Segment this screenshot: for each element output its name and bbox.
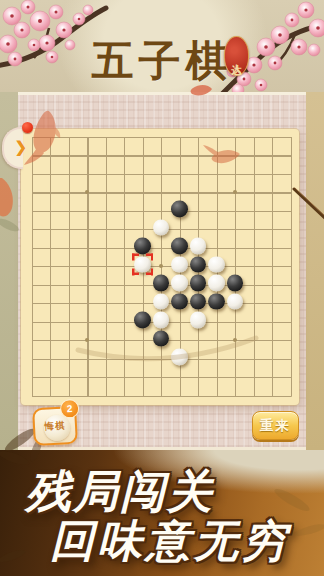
board-cell[interactable] (59, 294, 78, 313)
board-cell[interactable] (170, 220, 189, 239)
black-stone (171, 201, 188, 218)
board-cell[interactable] (115, 331, 134, 350)
board-cell[interactable] (170, 127, 189, 146)
board-cell[interactable] (263, 349, 282, 368)
board-cell[interactable] (189, 201, 208, 220)
board-cell[interactable] (133, 275, 152, 294)
board-cell[interactable] (189, 312, 208, 331)
board-cell[interactable] (170, 183, 189, 202)
board-cell[interactable] (207, 201, 226, 220)
board-cell[interactable] (263, 257, 282, 276)
board-cell[interactable] (207, 238, 226, 257)
board-cell[interactable] (226, 368, 245, 387)
board-cell[interactable] (115, 183, 134, 202)
board-cell[interactable] (133, 294, 152, 313)
board-cell[interactable] (115, 349, 134, 368)
gomoku-board (21, 129, 299, 405)
board-cell[interactable] (244, 349, 263, 368)
board-cell[interactable] (41, 238, 60, 257)
board-cell[interactable] (244, 201, 263, 220)
board-cell[interactable] (78, 368, 97, 387)
board-cell[interactable] (207, 146, 226, 165)
chevron-right-icon: ❯ (14, 138, 27, 156)
board-cell[interactable] (59, 183, 78, 202)
white-stone (190, 312, 207, 329)
board-cell[interactable] (207, 275, 226, 294)
board-cell[interactable] (59, 127, 78, 146)
star-point (233, 338, 237, 342)
board-cell[interactable] (281, 201, 300, 220)
board-cell[interactable] (22, 331, 41, 350)
board-cell[interactable] (152, 368, 171, 387)
board-cell[interactable] (96, 331, 115, 350)
board-cell[interactable] (96, 312, 115, 331)
board-cell[interactable] (115, 164, 134, 183)
board-cell[interactable] (115, 201, 134, 220)
board-cell[interactable] (78, 257, 97, 276)
board-cell[interactable] (281, 294, 300, 313)
board-cell[interactable] (263, 386, 282, 405)
board-cell[interactable] (96, 238, 115, 257)
side-strip-right (306, 92, 324, 450)
white-stone (134, 256, 151, 273)
board-cell[interactable] (170, 386, 189, 405)
board-cell[interactable] (170, 164, 189, 183)
board-cell[interactable] (226, 127, 245, 146)
board-cell[interactable] (59, 349, 78, 368)
white-stone (190, 238, 207, 255)
board-cell[interactable] (152, 238, 171, 257)
board-cell[interactable] (226, 201, 245, 220)
board-cell[interactable] (226, 220, 245, 239)
board-cell[interactable] (133, 386, 152, 405)
master-seal-badge: 达人 (224, 36, 249, 76)
board-cell[interactable] (207, 127, 226, 146)
board-cell[interactable] (281, 275, 300, 294)
board-cell[interactable] (41, 331, 60, 350)
board-cell[interactable] (281, 312, 300, 331)
board-cell[interactable] (115, 294, 134, 313)
board-cell[interactable] (96, 275, 115, 294)
board-cell[interactable] (244, 368, 263, 387)
board-cell[interactable] (41, 220, 60, 239)
board-cell[interactable] (22, 349, 41, 368)
board-cell[interactable] (189, 275, 208, 294)
board-cell[interactable] (96, 257, 115, 276)
board-cell[interactable] (207, 257, 226, 276)
board-cell[interactable] (207, 220, 226, 239)
board-cell[interactable] (281, 127, 300, 146)
restart-button-label: 重来 (260, 417, 291, 435)
board-cell[interactable] (207, 164, 226, 183)
board-cell[interactable] (133, 183, 152, 202)
board-cell[interactable] (133, 257, 152, 276)
black-stone (134, 312, 151, 329)
board-cell[interactable] (244, 294, 263, 313)
board-cell[interactable] (133, 201, 152, 220)
star-point (85, 338, 89, 342)
board-cell[interactable] (133, 220, 152, 239)
board-cell[interactable] (189, 331, 208, 350)
board-cell[interactable] (96, 294, 115, 313)
board-cell[interactable] (78, 201, 97, 220)
board-cell[interactable] (263, 164, 282, 183)
board-cell[interactable] (263, 294, 282, 313)
star-point (233, 190, 237, 194)
board-cell[interactable] (133, 164, 152, 183)
board-cell[interactable] (170, 201, 189, 220)
board-cell[interactable] (133, 146, 152, 165)
board-cell[interactable] (59, 257, 78, 276)
board-cell[interactable] (133, 331, 152, 350)
board-cell[interactable] (41, 294, 60, 313)
board-cell[interactable] (207, 386, 226, 405)
star-point (85, 190, 89, 194)
board-cell[interactable] (41, 201, 60, 220)
board-cell[interactable] (133, 368, 152, 387)
board-cell[interactable] (96, 386, 115, 405)
white-stone (153, 219, 170, 236)
board-cell[interactable] (189, 368, 208, 387)
board-cell[interactable] (115, 257, 134, 276)
board-cell[interactable] (22, 220, 41, 239)
board-cell[interactable] (41, 164, 60, 183)
board-cell[interactable] (263, 331, 282, 350)
board-cell[interactable] (59, 275, 78, 294)
board-cell[interactable] (263, 127, 282, 146)
black-stone (190, 256, 207, 273)
board-cell[interactable] (152, 183, 171, 202)
board-cell[interactable] (59, 238, 78, 257)
board-cell[interactable] (96, 183, 115, 202)
white-stone (208, 256, 225, 273)
board-cell[interactable] (281, 349, 300, 368)
board-cell[interactable] (152, 331, 171, 350)
board-cell[interactable] (152, 312, 171, 331)
board-cell[interactable] (22, 183, 41, 202)
board-cell[interactable] (78, 127, 97, 146)
board-cell[interactable] (22, 164, 41, 183)
board-cell[interactable] (189, 386, 208, 405)
gomoku-app: 五子棋 达人 ❯ (0, 0, 324, 576)
white-stone (153, 293, 170, 310)
board-cell[interactable] (96, 220, 115, 239)
board-cell[interactable] (244, 146, 263, 165)
white-stone (171, 256, 188, 273)
board-cell[interactable] (115, 220, 134, 239)
black-stone (134, 238, 151, 255)
board-cell[interactable] (281, 386, 300, 405)
board-cell[interactable] (22, 257, 41, 276)
board-cell[interactable] (281, 368, 300, 387)
game-title: 五子棋 (0, 38, 324, 84)
board-cell[interactable] (41, 127, 60, 146)
board-cell[interactable] (59, 312, 78, 331)
board-cell[interactable] (189, 220, 208, 239)
board-cell[interactable] (22, 312, 41, 331)
board-cell[interactable] (263, 238, 282, 257)
board-cell[interactable] (22, 368, 41, 387)
board-cell[interactable] (115, 146, 134, 165)
undo-button-label: 悔棋 (44, 419, 66, 433)
board-cell[interactable] (59, 368, 78, 387)
board-cell[interactable] (78, 312, 97, 331)
header: 五子棋 达人 (0, 0, 324, 92)
board-cell[interactable] (281, 331, 300, 350)
board-cell[interactable] (263, 183, 282, 202)
board-cell[interactable] (78, 220, 97, 239)
board-cell[interactable] (226, 349, 245, 368)
board-cell[interactable] (226, 386, 245, 405)
board-cell[interactable] (59, 331, 78, 350)
board-cell[interactable] (152, 275, 171, 294)
board-cell[interactable] (281, 164, 300, 183)
board-cell[interactable] (170, 349, 189, 368)
board-cell[interactable] (263, 312, 282, 331)
board-cell[interactable] (207, 368, 226, 387)
board-cell[interactable] (189, 257, 208, 276)
board-cell[interactable] (263, 220, 282, 239)
board-cell[interactable] (189, 238, 208, 257)
black-stone (190, 275, 207, 292)
board-cell[interactable] (263, 368, 282, 387)
board-cell[interactable] (263, 275, 282, 294)
black-stone (190, 293, 207, 310)
board-cell[interactable] (41, 312, 60, 331)
restart-button[interactable]: 重来 (252, 411, 299, 440)
board-cell[interactable] (41, 386, 60, 405)
board-cell[interactable] (170, 312, 189, 331)
board-cell[interactable] (115, 275, 134, 294)
board-cell[interactable] (78, 294, 97, 313)
board-cell[interactable] (281, 238, 300, 257)
board-cell[interactable] (96, 368, 115, 387)
footer-banner: 残局闯关 回味意无穷 (0, 450, 324, 576)
board-cell[interactable] (244, 183, 263, 202)
board-cell[interactable] (78, 164, 97, 183)
board-cell[interactable] (281, 183, 300, 202)
board-cell[interactable] (96, 349, 115, 368)
board-cell[interactable] (281, 220, 300, 239)
board-cell[interactable] (59, 146, 78, 165)
board-cell[interactable] (152, 201, 171, 220)
board-cell[interactable] (115, 127, 134, 146)
board-cell[interactable] (244, 164, 263, 183)
board-cell[interactable] (78, 275, 97, 294)
board-cell[interactable] (207, 349, 226, 368)
board-cell[interactable] (189, 349, 208, 368)
board-cell[interactable] (170, 368, 189, 387)
board-cell[interactable] (152, 294, 171, 313)
board-cell[interactable] (226, 275, 245, 294)
board-cell[interactable] (207, 183, 226, 202)
board-cell[interactable] (244, 312, 263, 331)
board-cell[interactable] (59, 164, 78, 183)
board-cell[interactable] (244, 275, 263, 294)
board-cell[interactable] (115, 368, 134, 387)
black-stone (208, 293, 225, 310)
board-cell[interactable] (96, 164, 115, 183)
black-stone (171, 293, 188, 310)
board-cell[interactable] (152, 349, 171, 368)
white-stone (208, 275, 225, 292)
white-stone (153, 312, 170, 329)
white-stone (171, 349, 188, 366)
board-cell[interactable] (78, 349, 97, 368)
board-cell[interactable] (207, 294, 226, 313)
board-cell[interactable] (244, 257, 263, 276)
black-stone (153, 275, 170, 292)
board-cell[interactable] (152, 127, 171, 146)
board-cell[interactable] (115, 312, 134, 331)
board-cell[interactable] (22, 275, 41, 294)
board-cell[interactable] (170, 275, 189, 294)
board-cell[interactable] (78, 238, 97, 257)
board-cell[interactable] (41, 257, 60, 276)
board-cell[interactable] (281, 257, 300, 276)
board-cell[interactable] (22, 201, 41, 220)
board-cell[interactable] (263, 201, 282, 220)
board-cell[interactable] (189, 294, 208, 313)
board-cell[interactable] (78, 386, 97, 405)
notification-dot (22, 122, 33, 133)
board-cell[interactable] (133, 349, 152, 368)
star-point (159, 264, 163, 268)
board-cell[interactable] (263, 146, 282, 165)
board-cell[interactable] (78, 146, 97, 165)
board-cell[interactable] (281, 146, 300, 165)
board-cell[interactable] (207, 312, 226, 331)
board-cell[interactable] (170, 331, 189, 350)
board-cell[interactable] (22, 386, 41, 405)
board-cell[interactable] (189, 183, 208, 202)
board-cell[interactable] (170, 257, 189, 276)
last-move-marker (132, 254, 154, 276)
board-cell[interactable] (22, 238, 41, 257)
board-cell[interactable] (207, 331, 226, 350)
board-cell[interactable] (133, 127, 152, 146)
board-cell[interactable] (152, 146, 171, 165)
board-cell[interactable] (152, 386, 171, 405)
white-stone (227, 293, 244, 310)
board-cell[interactable] (170, 294, 189, 313)
slogan-line-2: 回味意无穷 (50, 512, 290, 571)
board-cell[interactable] (115, 386, 134, 405)
board-cell[interactable] (226, 312, 245, 331)
board-cell[interactable] (170, 146, 189, 165)
board-cell[interactable] (59, 220, 78, 239)
board-cell[interactable] (41, 368, 60, 387)
white-stone (171, 275, 188, 292)
board-cell[interactable] (189, 146, 208, 165)
board-cell[interactable] (41, 275, 60, 294)
board-cell[interactable] (152, 164, 171, 183)
black-stone (153, 330, 170, 347)
board-cell[interactable] (226, 238, 245, 257)
board-cell[interactable] (41, 349, 60, 368)
board-cell[interactable] (41, 146, 60, 165)
board-cell[interactable] (96, 127, 115, 146)
board-cell[interactable] (133, 312, 152, 331)
board-cell[interactable] (115, 238, 134, 257)
black-stone (171, 238, 188, 255)
undo-button[interactable]: 悔棋 2 (32, 406, 78, 446)
board-cell[interactable] (244, 220, 263, 239)
board-cell[interactable] (226, 294, 245, 313)
board-cell[interactable] (244, 331, 263, 350)
board-cell[interactable] (226, 257, 245, 276)
board-cell[interactable] (244, 386, 263, 405)
board-cell[interactable] (96, 146, 115, 165)
board-cell[interactable] (189, 164, 208, 183)
black-stone (227, 275, 244, 292)
board-cell[interactable] (59, 201, 78, 220)
board-cell[interactable] (96, 201, 115, 220)
board-cell[interactable] (244, 238, 263, 257)
board-cell[interactable] (41, 183, 60, 202)
board-cell[interactable] (226, 146, 245, 165)
board-cell[interactable] (226, 164, 245, 183)
board-cell[interactable] (189, 127, 208, 146)
board-cell[interactable] (244, 127, 263, 146)
board-cell[interactable] (152, 220, 171, 239)
board-cell[interactable] (22, 294, 41, 313)
board-cell[interactable] (170, 238, 189, 257)
